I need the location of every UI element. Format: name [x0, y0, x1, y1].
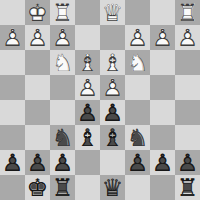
- piece-outline-glyph: ♗: [100, 125, 125, 150]
- square-h1[interactable]: [0, 0, 25, 25]
- square-a6[interactable]: [175, 125, 200, 150]
- square-h7[interactable]: ♟♙: [0, 150, 25, 175]
- square-d1[interactable]: ♛♕: [100, 0, 125, 25]
- black-knight[interactable]: ♞♘: [50, 125, 75, 150]
- square-b6[interactable]: [150, 125, 175, 150]
- piece-fill-glyph: ♛: [100, 0, 125, 25]
- piece-outline-glyph: ♔: [25, 175, 50, 200]
- white-pawn[interactable]: ♟♙: [75, 75, 100, 100]
- square-g1[interactable]: ♚♔: [25, 0, 50, 25]
- white-pawn[interactable]: ♟♙: [100, 75, 125, 100]
- piece-outline-glyph: ♗: [75, 50, 100, 75]
- square-g7[interactable]: ♟♙: [25, 150, 50, 175]
- square-b4[interactable]: [150, 75, 175, 100]
- square-h4[interactable]: [0, 75, 25, 100]
- piece-outline-glyph: ♖: [175, 0, 200, 25]
- square-a1[interactable]: ♜♖: [175, 0, 200, 25]
- piece-fill-glyph: ♛: [100, 175, 125, 200]
- black-queen[interactable]: ♛♕: [100, 175, 125, 200]
- square-e4[interactable]: ♟♙: [75, 75, 100, 100]
- square-d4[interactable]: ♟♙: [100, 75, 125, 100]
- square-f2[interactable]: ♟♙: [50, 25, 75, 50]
- piece-outline-glyph: ♕: [100, 0, 125, 25]
- piece-fill-glyph: ♟: [150, 150, 175, 175]
- piece-fill-glyph: ♟: [50, 150, 75, 175]
- square-c3[interactable]: ♞♘: [125, 50, 150, 75]
- square-g8[interactable]: ♚♔: [25, 175, 50, 200]
- white-pawn[interactable]: ♟♙: [25, 25, 50, 50]
- square-g3[interactable]: [25, 50, 50, 75]
- square-e2[interactable]: [75, 25, 100, 50]
- piece-fill-glyph: ♟: [25, 150, 50, 175]
- chess-board: ♚♔♜♖♛♕♜♖♟♙♟♙♟♙♟♙♟♙♟♙♞♘♝♗♝♗♞♘♟♙♟♙♟♙♟♙♞♘♝♗…: [0, 0, 200, 200]
- square-a8[interactable]: ♜♖: [175, 175, 200, 200]
- white-rook[interactable]: ♜♖: [50, 0, 75, 25]
- piece-fill-glyph: ♟: [125, 25, 150, 50]
- square-e1[interactable]: [75, 0, 100, 25]
- square-f7[interactable]: ♟♙: [50, 150, 75, 175]
- white-bishop[interactable]: ♝♗: [100, 50, 125, 75]
- piece-fill-glyph: ♟: [25, 25, 50, 50]
- square-b8[interactable]: [150, 175, 175, 200]
- square-d8[interactable]: ♛♕: [100, 175, 125, 200]
- piece-outline-glyph: ♙: [0, 25, 25, 50]
- square-f3[interactable]: ♞♘: [50, 50, 75, 75]
- white-pawn[interactable]: ♟♙: [50, 25, 75, 50]
- piece-outline-glyph: ♘: [50, 125, 75, 150]
- square-f6[interactable]: ♞♘: [50, 125, 75, 150]
- square-f1[interactable]: ♜♖: [50, 0, 75, 25]
- black-pawn[interactable]: ♟♙: [0, 150, 25, 175]
- square-c4[interactable]: [125, 75, 150, 100]
- piece-outline-glyph: ♙: [100, 75, 125, 100]
- piece-fill-glyph: ♟: [0, 150, 25, 175]
- square-c1[interactable]: [125, 0, 150, 25]
- piece-fill-glyph: ♟: [75, 75, 100, 100]
- black-rook[interactable]: ♜♖: [175, 175, 200, 200]
- square-c8[interactable]: [125, 175, 150, 200]
- piece-fill-glyph: ♟: [150, 25, 175, 50]
- piece-outline-glyph: ♙: [125, 150, 150, 175]
- piece-fill-glyph: ♞: [125, 125, 150, 150]
- square-d2[interactable]: [100, 25, 125, 50]
- black-pawn[interactable]: ♟♙: [175, 150, 200, 175]
- black-pawn[interactable]: ♟♙: [100, 100, 125, 125]
- square-g2[interactable]: ♟♙: [25, 25, 50, 50]
- square-h8[interactable]: [0, 175, 25, 200]
- square-h6[interactable]: [0, 125, 25, 150]
- piece-fill-glyph: ♟: [175, 25, 200, 50]
- piece-fill-glyph: ♞: [50, 50, 75, 75]
- piece-fill-glyph: ♞: [125, 50, 150, 75]
- piece-fill-glyph: ♜: [50, 0, 75, 25]
- black-pawn[interactable]: ♟♙: [50, 150, 75, 175]
- piece-outline-glyph: ♙: [50, 150, 75, 175]
- piece-outline-glyph: ♙: [150, 150, 175, 175]
- piece-fill-glyph: ♝: [75, 50, 100, 75]
- square-f8[interactable]: ♜♖: [50, 175, 75, 200]
- square-b5[interactable]: [150, 100, 175, 125]
- square-e6[interactable]: ♝♗: [75, 125, 100, 150]
- square-g6[interactable]: [25, 125, 50, 150]
- piece-outline-glyph: ♙: [175, 150, 200, 175]
- piece-outline-glyph: ♙: [150, 25, 175, 50]
- square-c6[interactable]: ♞♘: [125, 125, 150, 150]
- square-e5[interactable]: ♟♙: [75, 100, 100, 125]
- piece-outline-glyph: ♙: [75, 100, 100, 125]
- white-pawn[interactable]: ♟♙: [175, 25, 200, 50]
- piece-outline-glyph: ♙: [100, 100, 125, 125]
- black-rook[interactable]: ♜♖: [50, 175, 75, 200]
- piece-fill-glyph: ♝: [100, 125, 125, 150]
- black-knight[interactable]: ♞♘: [125, 125, 150, 150]
- black-pawn[interactable]: ♟♙: [125, 150, 150, 175]
- square-c7[interactable]: ♟♙: [125, 150, 150, 175]
- square-b3[interactable]: [150, 50, 175, 75]
- square-a4[interactable]: [175, 75, 200, 100]
- square-f5[interactable]: [50, 100, 75, 125]
- square-a3[interactable]: [175, 50, 200, 75]
- piece-outline-glyph: ♙: [175, 25, 200, 50]
- white-king[interactable]: ♚♔: [25, 0, 50, 25]
- piece-fill-glyph: ♜: [175, 175, 200, 200]
- piece-fill-glyph: ♟: [0, 25, 25, 50]
- square-b2[interactable]: ♟♙: [150, 25, 175, 50]
- white-bishop[interactable]: ♝♗: [75, 50, 100, 75]
- piece-outline-glyph: ♙: [75, 75, 100, 100]
- square-c5[interactable]: [125, 100, 150, 125]
- black-pawn[interactable]: ♟♙: [25, 150, 50, 175]
- square-a5[interactable]: [175, 100, 200, 125]
- white-rook[interactable]: ♜♖: [175, 0, 200, 25]
- piece-outline-glyph: ♔: [25, 0, 50, 25]
- square-h5[interactable]: [0, 100, 25, 125]
- square-a7[interactable]: ♟♙: [175, 150, 200, 175]
- black-bishop[interactable]: ♝♗: [100, 125, 125, 150]
- piece-outline-glyph: ♖: [50, 0, 75, 25]
- piece-outline-glyph: ♙: [125, 25, 150, 50]
- square-e8[interactable]: [75, 175, 100, 200]
- piece-fill-glyph: ♚: [25, 0, 50, 25]
- piece-outline-glyph: ♘: [50, 50, 75, 75]
- square-c2[interactable]: ♟♙: [125, 25, 150, 50]
- piece-fill-glyph: ♝: [75, 125, 100, 150]
- piece-outline-glyph: ♗: [100, 50, 125, 75]
- piece-outline-glyph: ♕: [100, 175, 125, 200]
- white-queen[interactable]: ♛♕: [100, 0, 125, 25]
- piece-outline-glyph: ♗: [75, 125, 100, 150]
- square-e3[interactable]: ♝♗: [75, 50, 100, 75]
- square-f4[interactable]: [50, 75, 75, 100]
- square-h2[interactable]: ♟♙: [0, 25, 25, 50]
- square-h3[interactable]: [0, 50, 25, 75]
- square-g4[interactable]: [25, 75, 50, 100]
- piece-fill-glyph: ♚: [25, 175, 50, 200]
- piece-outline-glyph: ♖: [175, 175, 200, 200]
- black-bishop[interactable]: ♝♗: [75, 125, 100, 150]
- piece-outline-glyph: ♙: [25, 25, 50, 50]
- white-pawn[interactable]: ♟♙: [0, 25, 25, 50]
- piece-outline-glyph: ♙: [0, 150, 25, 175]
- black-king[interactable]: ♚♔: [25, 175, 50, 200]
- white-pawn[interactable]: ♟♙: [125, 25, 150, 50]
- square-b7[interactable]: ♟♙: [150, 150, 175, 175]
- piece-outline-glyph: ♘: [125, 125, 150, 150]
- piece-outline-glyph: ♙: [50, 25, 75, 50]
- square-a2[interactable]: ♟♙: [175, 25, 200, 50]
- piece-fill-glyph: ♞: [50, 125, 75, 150]
- piece-fill-glyph: ♜: [175, 0, 200, 25]
- piece-fill-glyph: ♟: [75, 100, 100, 125]
- piece-fill-glyph: ♟: [50, 25, 75, 50]
- square-d7[interactable]: [100, 150, 125, 175]
- square-d6[interactable]: ♝♗: [100, 125, 125, 150]
- piece-outline-glyph: ♖: [50, 175, 75, 200]
- piece-fill-glyph: ♟: [100, 75, 125, 100]
- white-knight[interactable]: ♞♘: [125, 50, 150, 75]
- piece-fill-glyph: ♟: [175, 150, 200, 175]
- square-g5[interactable]: [25, 100, 50, 125]
- black-pawn[interactable]: ♟♙: [75, 100, 100, 125]
- white-pawn[interactable]: ♟♙: [150, 25, 175, 50]
- piece-outline-glyph: ♙: [25, 150, 50, 175]
- piece-fill-glyph: ♟: [125, 150, 150, 175]
- square-e7[interactable]: [75, 150, 100, 175]
- piece-fill-glyph: ♝: [100, 50, 125, 75]
- square-b1[interactable]: [150, 0, 175, 25]
- piece-fill-glyph: ♜: [50, 175, 75, 200]
- piece-fill-glyph: ♟: [100, 100, 125, 125]
- piece-outline-glyph: ♘: [125, 50, 150, 75]
- square-d3[interactable]: ♝♗: [100, 50, 125, 75]
- white-knight[interactable]: ♞♘: [50, 50, 75, 75]
- black-pawn[interactable]: ♟♙: [150, 150, 175, 175]
- square-d5[interactable]: ♟♙: [100, 100, 125, 125]
